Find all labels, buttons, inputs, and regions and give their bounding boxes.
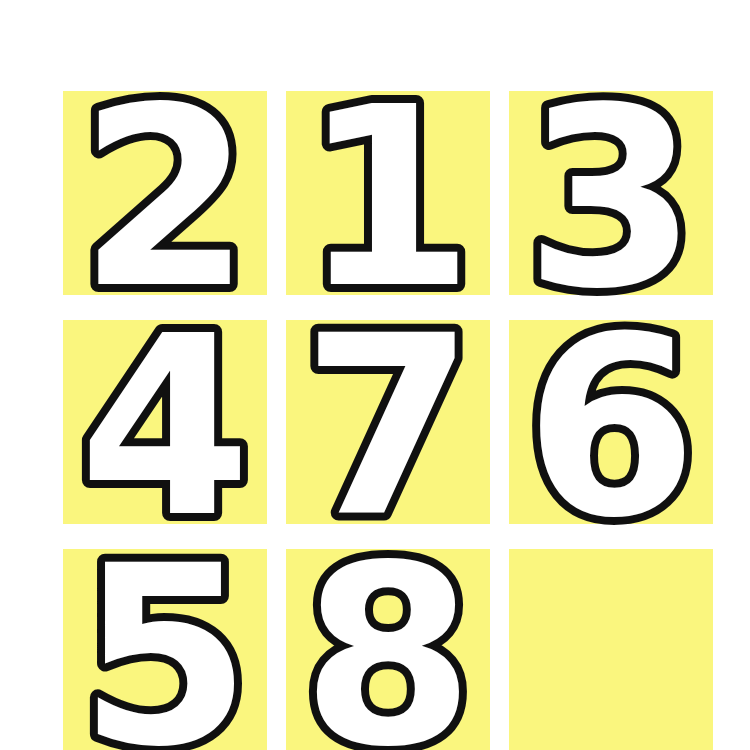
tile-digit-graphic: 2 (63, 91, 267, 295)
tile-r3c2[interactable]: 8 (286, 549, 490, 750)
empty-cell (509, 549, 713, 750)
tile-r1c3[interactable]: 3 (509, 91, 713, 295)
tile-digit-graphic: 3 (509, 91, 713, 295)
tile-digit-graphic: 4 (63, 320, 267, 524)
tile-number: 6 (525, 283, 698, 571)
tile-r2c1[interactable]: 4 (63, 320, 267, 524)
tile-r2c2[interactable]: 7 (286, 320, 490, 524)
puzzle-board: 2 1 3 4 7 6 5 8 (63, 91, 713, 750)
tile-r1c1[interactable]: 2 (63, 91, 267, 295)
tile-r3c1[interactable]: 5 (63, 549, 267, 750)
tile-r2c3[interactable]: 6 (509, 320, 713, 524)
tile-digit-graphic: 5 (63, 549, 267, 750)
tile-digit-graphic: 8 (286, 549, 490, 750)
tile-number: 8 (302, 512, 475, 750)
tile-digit-graphic: 1 (286, 91, 490, 295)
tile-digit-graphic: 6 (509, 320, 713, 524)
tile-number: 5 (79, 512, 252, 750)
tile-digit-graphic (509, 549, 713, 750)
tile-digit-graphic: 7 (286, 320, 490, 524)
tile-r1c2[interactable]: 1 (286, 91, 490, 295)
